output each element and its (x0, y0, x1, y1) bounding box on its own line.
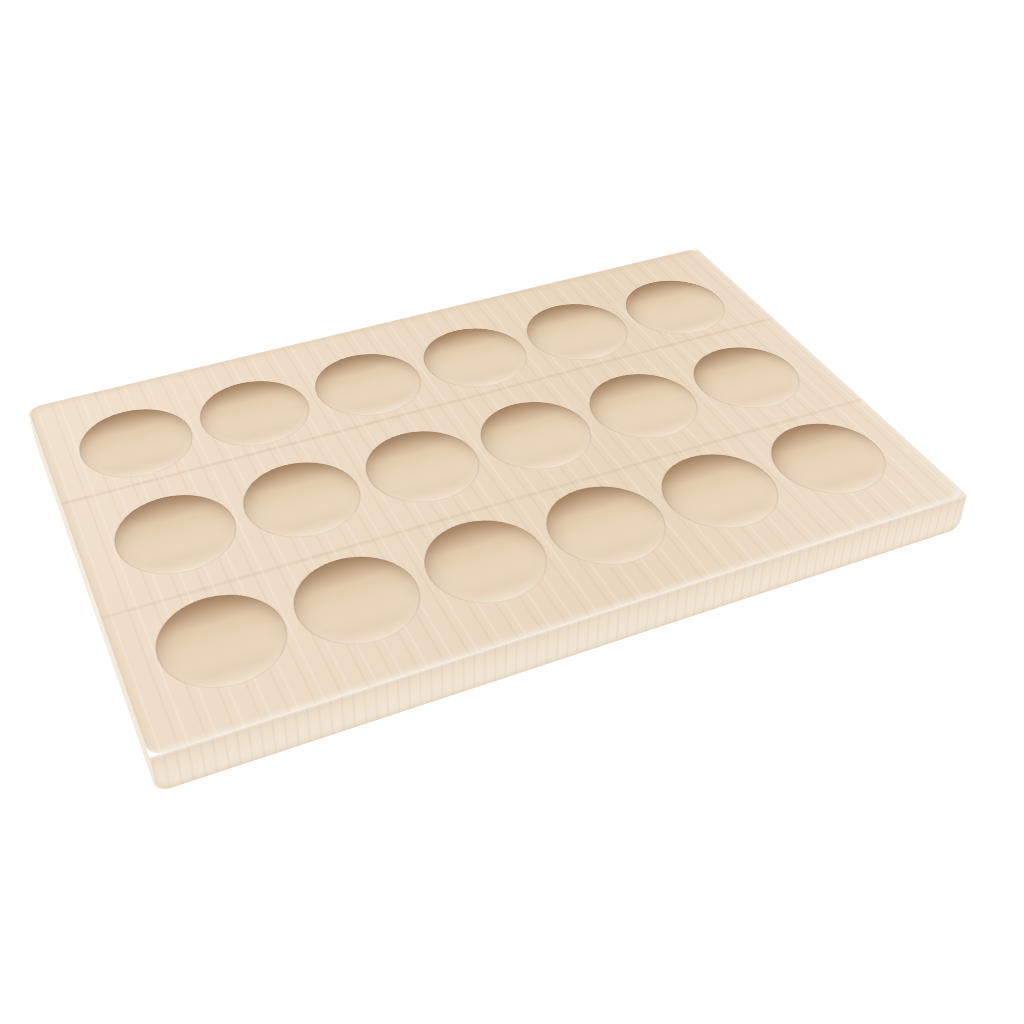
pit-r3c6[interactable] (750, 413, 909, 505)
pit-r3c2[interactable] (278, 544, 441, 660)
pit-cell-r3c1 (129, 565, 319, 723)
pit-r3c3[interactable] (406, 508, 568, 617)
pit-r3c5[interactable] (641, 443, 801, 541)
tray-top-face (28, 248, 968, 757)
pit-grid (28, 248, 968, 757)
pit-cell-r2c2 (218, 439, 392, 566)
pit-r3c4[interactable] (527, 475, 688, 578)
pit-cell-r3c4 (512, 462, 705, 594)
pit-r1c1[interactable] (69, 399, 206, 489)
wooden-pit-tray (28, 248, 968, 757)
pit-cell-r3c2 (264, 529, 455, 678)
pit-r2c2[interactable] (229, 451, 378, 550)
pit-r3c1[interactable] (142, 581, 305, 704)
pit-cell-r3c3 (392, 494, 584, 634)
pit-cell-r2c1 (92, 470, 265, 604)
pit-r2c1[interactable] (103, 483, 252, 588)
